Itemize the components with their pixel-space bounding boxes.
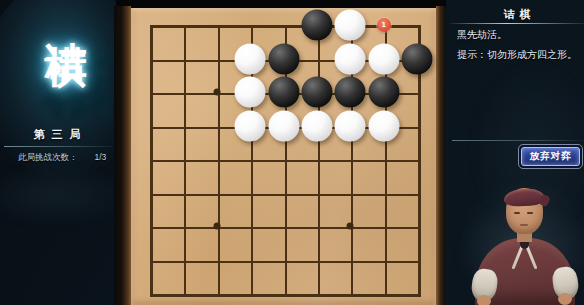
board-cell[interactable] — [252, 27, 285, 61]
sidebar: 诘棋 诘棋 第三局 此局挑战次数： 1/3 — [0, 0, 118, 305]
board-cell[interactable] — [185, 228, 218, 262]
board-cell[interactable] — [319, 262, 352, 296]
board-cell[interactable] — [152, 61, 185, 95]
board-cell[interactable] — [185, 128, 218, 162]
board-cell[interactable] — [352, 61, 385, 95]
puzzle-objective: 黑先劫活。 — [457, 28, 579, 42]
board-cell[interactable] — [286, 128, 319, 162]
npc-portrait — [468, 183, 584, 305]
board-cell[interactable] — [319, 61, 352, 95]
game-screen: 诘棋 诘棋 第三局 此局挑战次数： 1/3 1 诘棋 黑先劫活。 提示：切勿形成… — [0, 0, 584, 305]
board-cell[interactable] — [286, 262, 319, 296]
challenge-counter: 此局挑战次数： 1/3 — [18, 152, 114, 164]
forfeit-game-button[interactable]: 放弃对弈 — [521, 147, 580, 166]
board-cell[interactable] — [352, 161, 385, 195]
board-cell[interactable] — [286, 195, 319, 229]
board-cell[interactable] — [319, 161, 352, 195]
board-cell[interactable] — [352, 262, 385, 296]
board-cell[interactable] — [152, 195, 185, 229]
board-cell[interactable] — [386, 128, 419, 162]
board-cell[interactable] — [352, 195, 385, 229]
panel-title: 诘棋 — [450, 7, 584, 22]
board-cell[interactable] — [286, 228, 319, 262]
board-cell[interactable] — [319, 195, 352, 229]
npc-eye — [527, 212, 533, 214]
board-cell[interactable] — [386, 27, 419, 61]
board-cell[interactable] — [352, 94, 385, 128]
board-cell[interactable] — [185, 94, 218, 128]
board-cell[interactable] — [352, 228, 385, 262]
panel-title-underline — [450, 23, 584, 24]
npc-hand — [477, 295, 491, 305]
sidebar-divider — [4, 146, 114, 147]
board-cell[interactable] — [319, 27, 352, 61]
board-cell[interactable] — [252, 128, 285, 162]
puzzle-calligraphy-title: 诘棋 — [24, 8, 94, 138]
puzzle-hint: 提示：切勿形成方四之形。 — [457, 48, 581, 61]
board-cell[interactable] — [386, 94, 419, 128]
board-cell[interactable] — [219, 27, 252, 61]
board-cell[interactable] — [252, 195, 285, 229]
board-cell[interactable] — [185, 61, 218, 95]
board-cell[interactable] — [252, 94, 285, 128]
board-cell[interactable] — [386, 195, 419, 229]
board-cell[interactable] — [319, 128, 352, 162]
board-cell[interactable] — [152, 161, 185, 195]
board-cell[interactable] — [219, 94, 252, 128]
npc-mouth — [520, 224, 528, 226]
panel-divider — [452, 140, 584, 141]
board-cell[interactable] — [386, 161, 419, 195]
challenge-count-label: 此局挑战次数： — [18, 152, 78, 164]
board-cell[interactable] — [386, 262, 419, 296]
board-cell[interactable] — [185, 262, 218, 296]
board-cell[interactable] — [286, 161, 319, 195]
board-cell[interactable] — [152, 228, 185, 262]
board-left-edge — [114, 6, 131, 305]
board-cell[interactable] — [286, 27, 319, 61]
npc-eye — [514, 212, 520, 214]
board-cell[interactable] — [252, 228, 285, 262]
board-cell[interactable] — [185, 27, 218, 61]
go-board-grid[interactable] — [150, 25, 421, 297]
board-cell[interactable] — [152, 94, 185, 128]
board-cell[interactable] — [252, 61, 285, 95]
board-cell[interactable] — [152, 128, 185, 162]
board-cell[interactable] — [252, 262, 285, 296]
board-cell[interactable] — [185, 195, 218, 229]
board-cell[interactable] — [219, 61, 252, 95]
board-cell[interactable] — [286, 61, 319, 95]
board-cell[interactable] — [386, 228, 419, 262]
npc-hand — [558, 293, 572, 305]
board-cell[interactable] — [219, 161, 252, 195]
board-cell[interactable] — [152, 27, 185, 61]
board-cell[interactable] — [319, 228, 352, 262]
board-cell[interactable] — [219, 262, 252, 296]
board-top-shadow — [116, 0, 446, 8]
board-cell[interactable] — [219, 128, 252, 162]
board-cell[interactable] — [352, 128, 385, 162]
board-cell[interactable] — [319, 94, 352, 128]
board-cell[interactable] — [185, 161, 218, 195]
board-cell[interactable] — [252, 161, 285, 195]
board-cell[interactable] — [219, 228, 252, 262]
board-cell[interactable] — [386, 61, 419, 95]
challenge-count-value: 1/3 — [95, 152, 107, 162]
round-label: 第三局 — [0, 127, 114, 142]
board-cell[interactable] — [152, 262, 185, 296]
board-cell[interactable] — [219, 195, 252, 229]
board-cell[interactable] — [352, 27, 385, 61]
board-cell[interactable] — [286, 94, 319, 128]
